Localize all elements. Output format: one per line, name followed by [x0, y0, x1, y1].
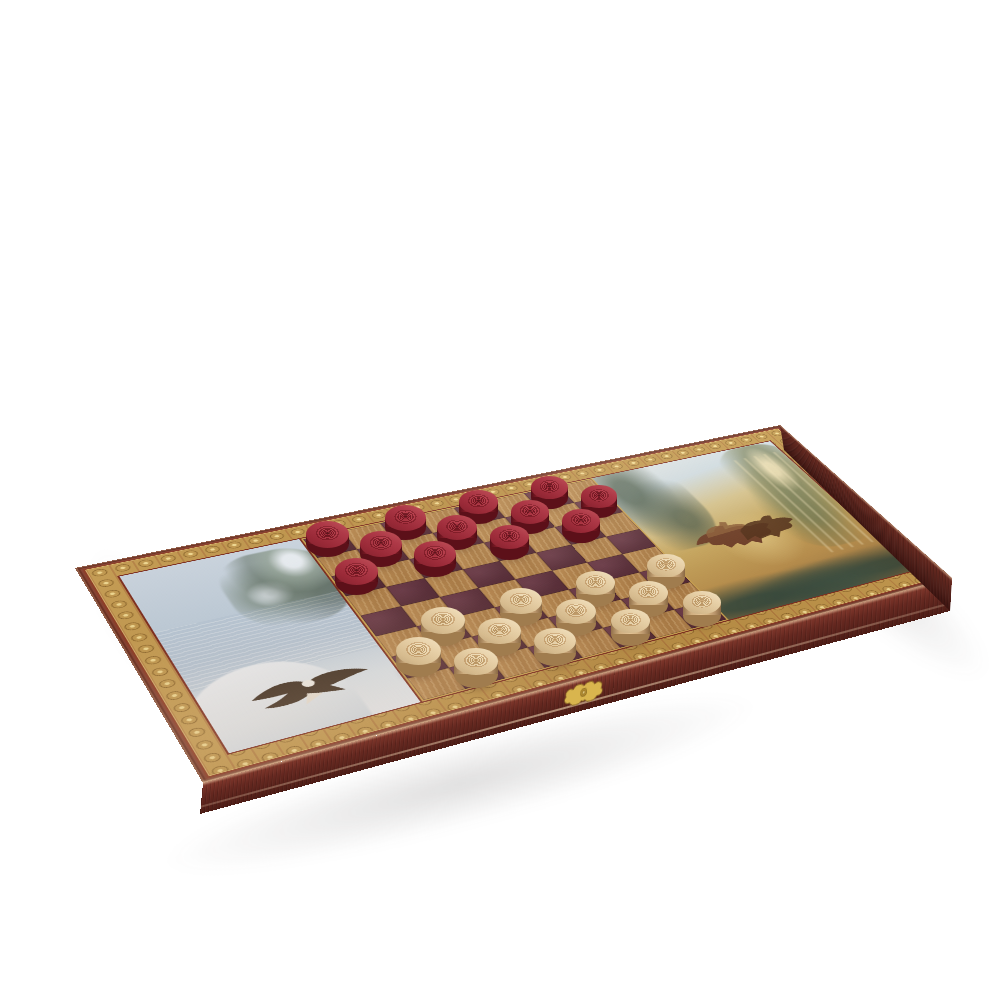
wood-checker[interactable]: ⛀ — [454, 648, 498, 688]
wood-checker[interactable]: ⛀ — [683, 591, 721, 627]
red-checker[interactable]: ⛂ — [490, 525, 530, 560]
piece-top — [576, 571, 615, 595]
red-checker[interactable]: ⛂ — [306, 521, 349, 557]
piece-top — [385, 505, 426, 530]
wood-checker[interactable]: ⛀ — [611, 609, 651, 646]
piece-top — [306, 521, 349, 548]
photo-scene: ⛂⛂⛂⛂⛂⛂⛂⛂⛂⛂⛂⛂⛀⛀⛀⛀⛀⛀⛀⛀⛀⛀⛀⛀ — [0, 0, 1000, 1000]
wood-checker[interactable]: ⛀ — [534, 628, 576, 666]
piece-top — [556, 599, 597, 624]
piece-top — [511, 500, 550, 524]
piece-top — [629, 581, 668, 605]
red-checker[interactable]: ⛂ — [335, 558, 379, 595]
piece-top — [414, 541, 456, 567]
piece-top — [421, 607, 465, 634]
red-checker[interactable]: ⛂ — [562, 509, 600, 543]
piece-top — [500, 588, 541, 614]
piece-top — [335, 558, 379, 585]
piece-top — [531, 476, 568, 499]
frozen-water — [154, 591, 381, 693]
red-checker[interactable]: ⛂ — [414, 541, 456, 577]
wood-checker[interactable]: ⛀ — [396, 637, 441, 677]
piece-top — [562, 509, 600, 533]
piece-top — [683, 591, 721, 615]
piece-top — [581, 485, 618, 508]
piece-top — [647, 554, 685, 577]
golden-glow — [691, 502, 830, 577]
piece-top — [478, 618, 521, 645]
piece-top — [534, 628, 576, 654]
